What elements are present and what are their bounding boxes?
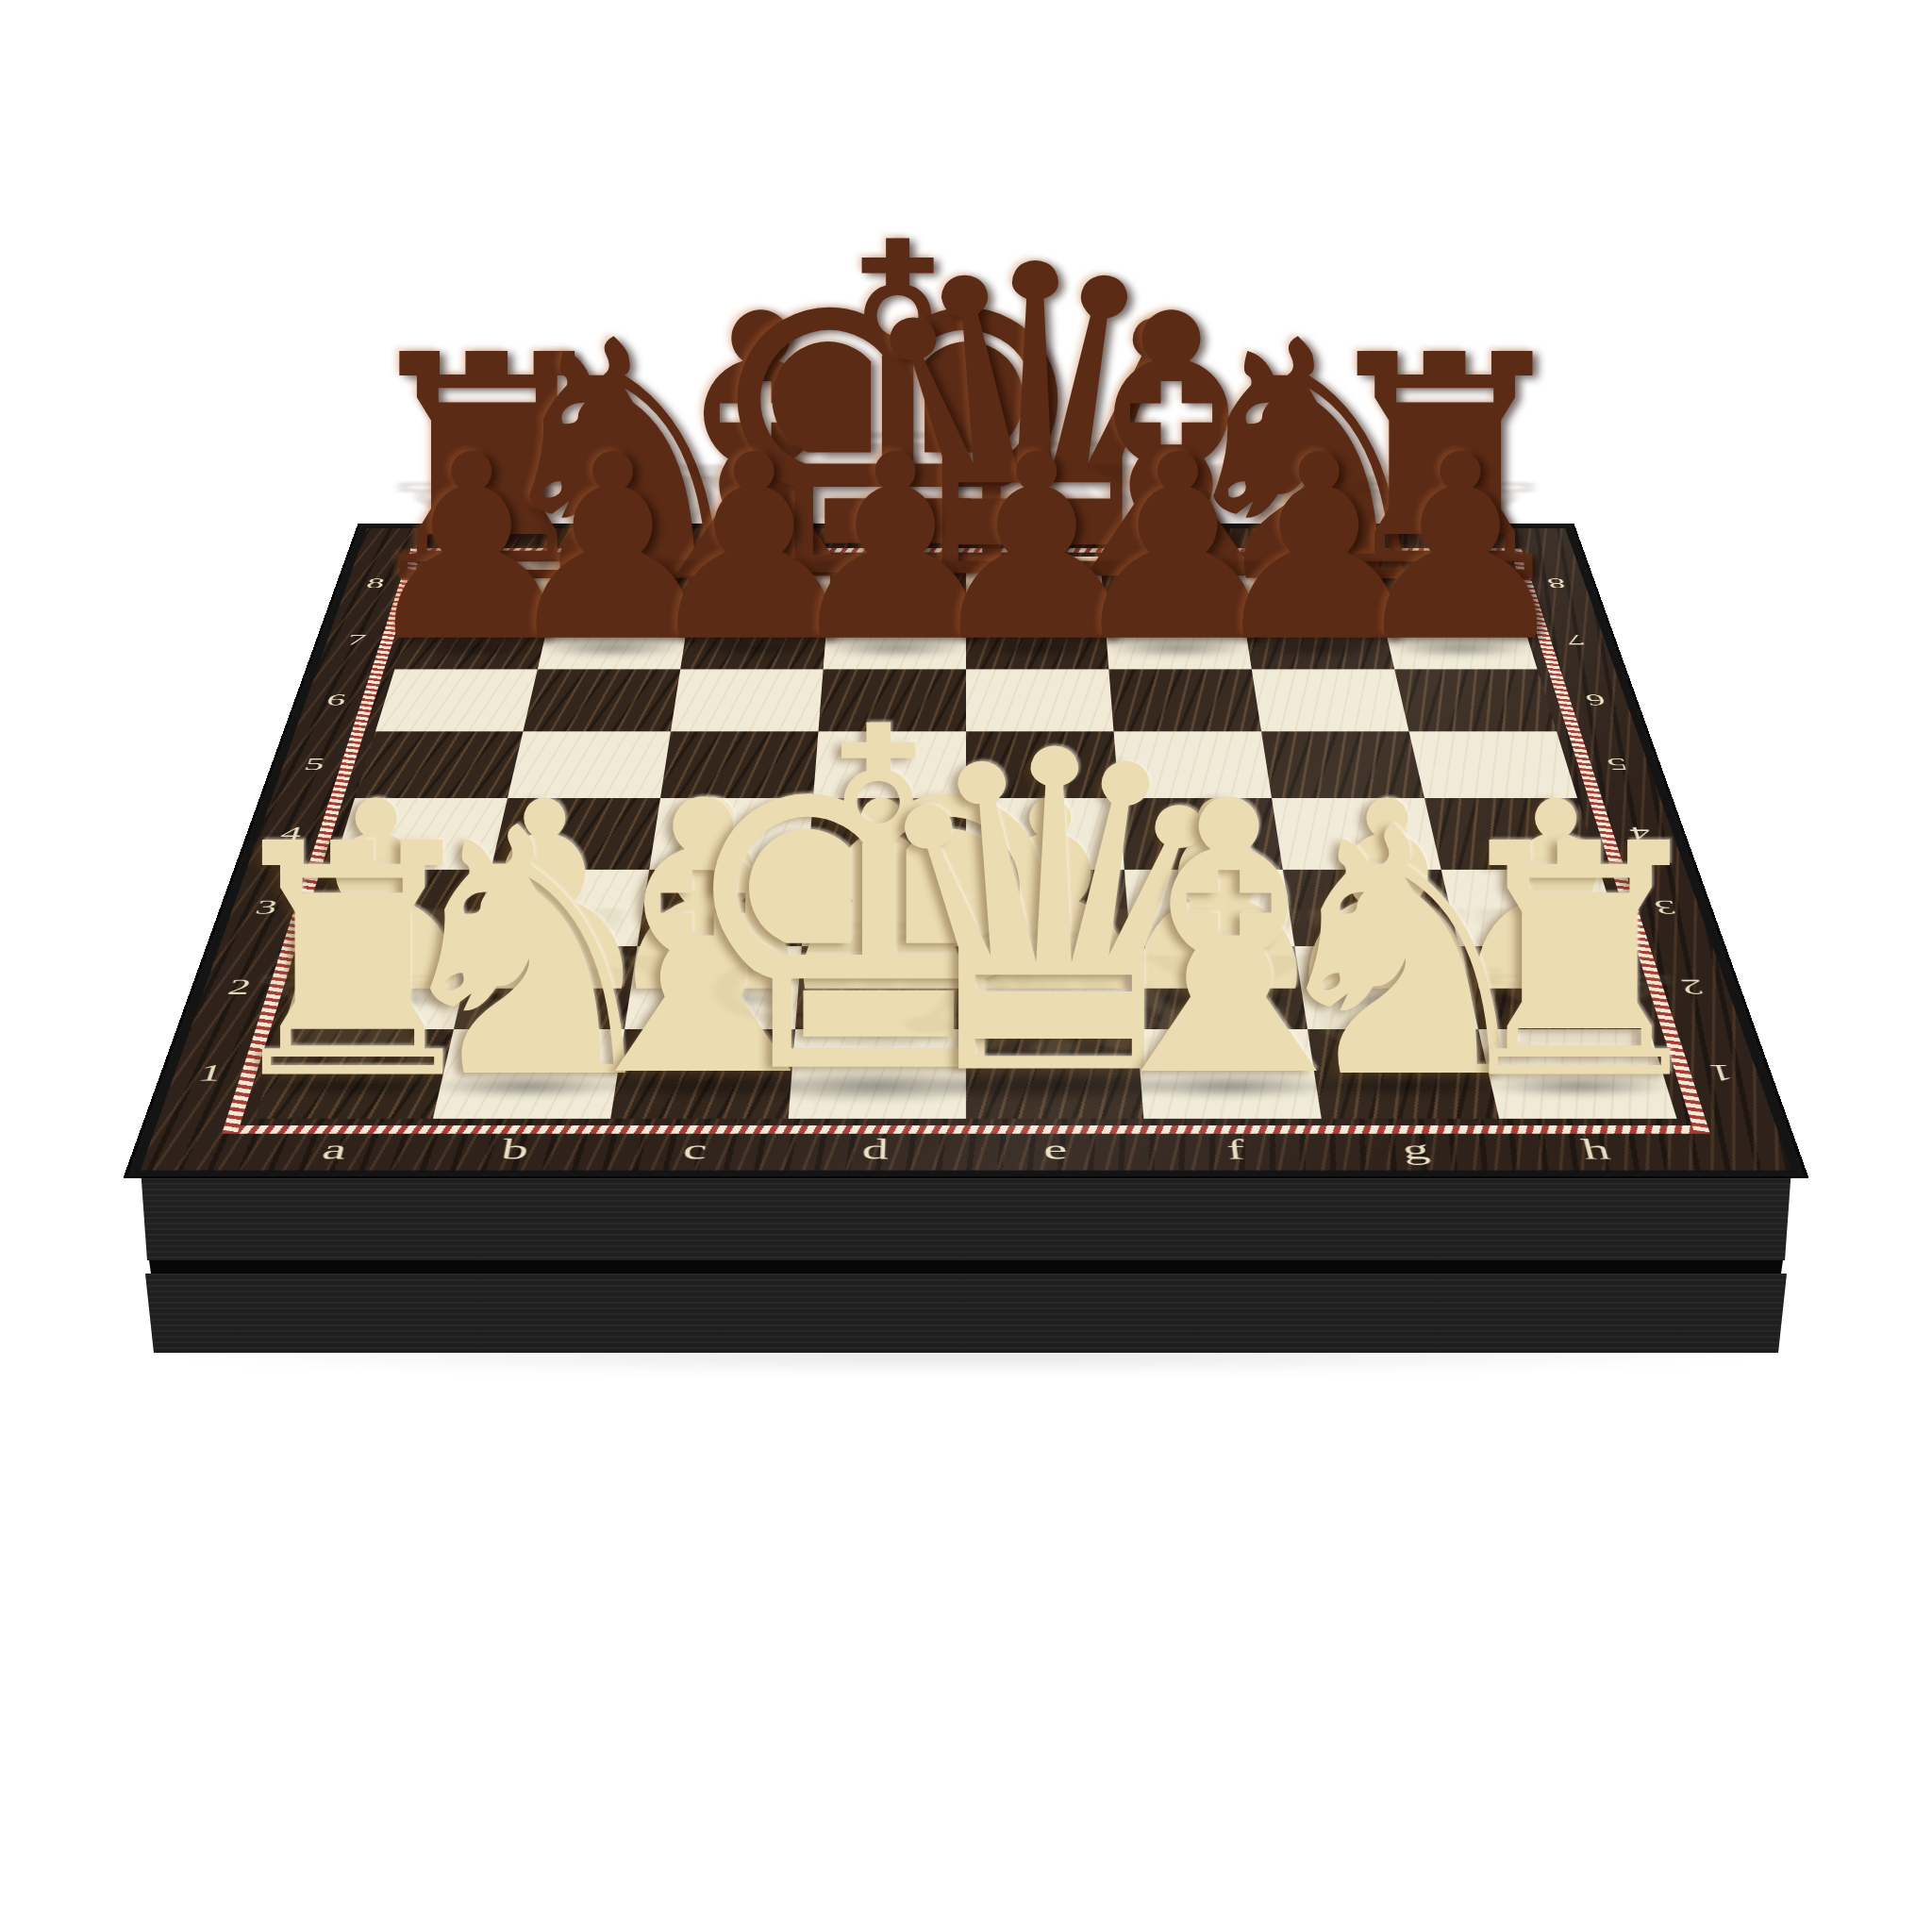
- piece-reflection: ♝: [597, 443, 924, 582]
- piece-reflection: ♛: [856, 907, 1252, 1074]
- piece-white-pawn-g2: ♟♟: [1270, 774, 1504, 1023]
- piece-reflection: ♞: [475, 457, 773, 582]
- piece-white-rook-a1: ♜♜: [208, 810, 496, 1115]
- piece-reflection: ♟: [259, 893, 493, 992]
- knight-glyph: ♞: [1159, 306, 1457, 620]
- bishop-glyph: ♝: [1008, 277, 1335, 624]
- piece-contact-shadow: [1243, 640, 1394, 658]
- piece-white-pawn-c2: ♟♟: [596, 774, 830, 1023]
- piece-reflection: ♞: [1251, 948, 1557, 1078]
- piece-contact-shadow: [396, 640, 547, 658]
- chess-set-product-photo: abcdefgh1122334455667788 ♜♜♞♞♝♝♚♚♛♛♝♝♞♞♜…: [0, 0, 1932, 1932]
- rook-glyph: ♜: [208, 810, 496, 1115]
- pawn-glyph: ♟: [933, 774, 1167, 1023]
- pawn-glyph: ♟: [765, 774, 999, 1023]
- pawn-glyph: ♟: [781, 428, 1010, 671]
- bishop-glyph: ♝: [1060, 763, 1397, 1120]
- pawn-glyph: ♟: [922, 428, 1151, 671]
- piece-contact-shadow: [467, 991, 622, 1008]
- piece-contact-shadow: [961, 640, 1112, 658]
- piece-contact-shadow: [395, 580, 579, 602]
- pawn-glyph: ♟: [259, 774, 493, 1023]
- rook-glyph: ♜: [1436, 810, 1724, 1115]
- piece-contact-shadow: [973, 991, 1127, 1008]
- pawn-glyph: ♟: [1346, 428, 1575, 671]
- piece-reflection: ♚: [692, 405, 1103, 578]
- piece-white-rook-h1: ♜♜: [1436, 810, 1724, 1115]
- piece-white-king-d1: ♚♚: [667, 679, 1090, 1127]
- piece-contact-shadow: [805, 991, 959, 1008]
- piece-reflection: ♟: [765, 893, 999, 992]
- piece-black-pawn-e7: ♟♟: [922, 428, 1151, 671]
- piece-contact-shadow: [1353, 580, 1537, 602]
- piece-black-bishop-c8: ♝♝: [597, 277, 924, 624]
- pieces-layer: ♜♜♞♞♝♝♚♚♛♛♝♝♞♞♜♜♟♟♟♟♟♟♟♟♟♟♟♟♟♟♟♟♟♟♟♟♟♟♟♟…: [0, 0, 1932, 1932]
- pawn-glyph: ♟: [1439, 774, 1673, 1023]
- piece-contact-shadow: [1210, 579, 1407, 603]
- pawn-glyph: ♟: [1063, 428, 1292, 671]
- piece-contact-shadow: [739, 1070, 1018, 1103]
- piece-reflection: ♟: [1063, 544, 1292, 641]
- piece-contact-shadow: [653, 578, 868, 604]
- piece-black-pawn-g7: ♟♟: [1205, 428, 1434, 671]
- knight-glyph: ♞: [375, 792, 681, 1117]
- piece-reflection: ♟: [1439, 893, 1673, 992]
- piece-white-bishop-f1: ♝♝: [1060, 763, 1397, 1120]
- piece-contact-shadow: [299, 991, 454, 1008]
- king-glyph: ♚: [692, 196, 1103, 631]
- king-glyph: ♚: [667, 679, 1090, 1127]
- piece-white-pawn-a2: ♟♟: [259, 774, 493, 1023]
- piece-black-pawn-a7: ♟♟: [357, 428, 586, 671]
- piece-reflection: ♟: [1346, 544, 1575, 641]
- queen-glyph: ♛: [856, 706, 1252, 1125]
- piece-black-pawn-h7: ♟♟: [1346, 428, 1575, 671]
- pawn-glyph: ♟: [427, 774, 661, 1023]
- piece-white-pawn-f2: ♟♟: [1102, 774, 1336, 1023]
- bishop-glyph: ♝: [597, 277, 924, 624]
- piece-contact-shadow: [908, 575, 1161, 606]
- piece-black-pawn-d7: ♟♟: [781, 428, 1010, 671]
- piece-black-knight-g8: ♞♞: [1159, 306, 1457, 620]
- piece-reflection: ♟: [498, 544, 727, 641]
- piece-white-knight-g1: ♞♞: [1251, 792, 1557, 1117]
- piece-reflection: ♟: [1102, 893, 1336, 992]
- pawn-glyph: ♟: [640, 428, 869, 671]
- piece-reflection: ♜: [347, 465, 626, 583]
- piece-reflection: ♛: [842, 417, 1226, 580]
- piece-reflection: ♞: [375, 948, 681, 1078]
- piece-contact-shadow: [1478, 991, 1633, 1008]
- pawn-glyph: ♟: [357, 428, 586, 671]
- piece-reflection: ♝: [535, 934, 872, 1076]
- piece-contact-shadow: [1118, 1074, 1340, 1100]
- piece-reflection: ♟: [781, 544, 1010, 641]
- piece-reflection: ♟: [933, 893, 1167, 992]
- piece-reflection: ♞: [1159, 457, 1457, 582]
- piece-reflection: ♟: [640, 544, 869, 641]
- pawn-glyph: ♟: [498, 428, 727, 671]
- piece-white-pawn-e2: ♟♟: [933, 774, 1167, 1023]
- pawn-glyph: ♟: [1102, 774, 1336, 1023]
- piece-reflection: ♟: [427, 893, 661, 992]
- piece-reflection: ♝: [1008, 443, 1335, 582]
- piece-contact-shadow: [1385, 640, 1536, 658]
- rook-glyph: ♜: [347, 323, 626, 618]
- piece-contact-shadow: [636, 991, 791, 1008]
- piece-reflection: ♝: [1060, 934, 1397, 1076]
- piece-reflection: ♜: [1436, 957, 1724, 1078]
- piece-white-pawn-d2: ♟♟: [765, 774, 999, 1023]
- queen-glyph: ♛: [842, 222, 1226, 628]
- piece-contact-shadow: [1485, 1075, 1674, 1098]
- pawn-glyph: ♟: [596, 774, 830, 1023]
- piece-reflection: ♟: [596, 893, 830, 992]
- piece-black-king-d8: ♚♚: [692, 196, 1103, 631]
- piece-white-knight-b1: ♞♞: [375, 792, 681, 1117]
- piece-contact-shadow: [526, 579, 723, 603]
- piece-contact-shadow: [762, 575, 1033, 607]
- piece-reflection: ♟: [1270, 893, 1504, 992]
- piece-contact-shadow: [592, 1074, 814, 1100]
- piece-reflection: ♟: [1205, 544, 1434, 641]
- piece-contact-shadow: [1303, 1074, 1505, 1098]
- piece-reflection: ♜: [208, 957, 496, 1078]
- piece-contact-shadow: [426, 1074, 628, 1098]
- knight-glyph: ♞: [1251, 792, 1557, 1117]
- pawn-glyph: ♟: [1270, 774, 1504, 1023]
- piece-white-bishop-c1: ♝♝: [535, 763, 872, 1120]
- piece-black-pawn-f7: ♟♟: [1063, 428, 1292, 671]
- piece-white-pawn-h2: ♟♟: [1439, 774, 1673, 1023]
- piece-contact-shadow: [258, 1075, 447, 1098]
- piece-black-bishop-f8: ♝♝: [1008, 277, 1335, 624]
- piece-black-queen-e8: ♛♛: [842, 222, 1226, 628]
- piece-black-rook-a8: ♜♜: [347, 323, 626, 618]
- piece-white-pawn-b2: ♟♟: [427, 774, 661, 1023]
- piece-reflection: ♜: [1306, 465, 1585, 583]
- piece-contact-shadow: [1102, 640, 1253, 658]
- knight-glyph: ♞: [475, 306, 773, 620]
- piece-black-pawn-c7: ♟♟: [640, 428, 869, 671]
- piece-contact-shadow: [1310, 991, 1465, 1008]
- piece-reflection: ♟: [922, 544, 1151, 641]
- piece-contact-shadow: [537, 640, 688, 658]
- piece-reflection: ♚: [667, 894, 1090, 1074]
- piece-black-pawn-b7: ♟♟: [498, 428, 727, 671]
- piece-contact-shadow: [820, 640, 971, 658]
- piece-reflection: ♟: [357, 544, 586, 641]
- piece-contact-shadow: [1063, 578, 1278, 604]
- pawn-glyph: ♟: [1205, 428, 1434, 671]
- rook-glyph: ♜: [1306, 323, 1585, 618]
- piece-contact-shadow: [678, 640, 829, 658]
- bishop-glyph: ♝: [535, 763, 872, 1120]
- piece-contact-shadow: [1141, 991, 1296, 1008]
- piece-black-rook-h8: ♜♜: [1306, 323, 1585, 618]
- piece-white-queen-e1: ♛♛: [856, 706, 1252, 1125]
- piece-contact-shadow: [923, 1071, 1184, 1102]
- piece-black-knight-b8: ♞♞: [475, 306, 773, 620]
